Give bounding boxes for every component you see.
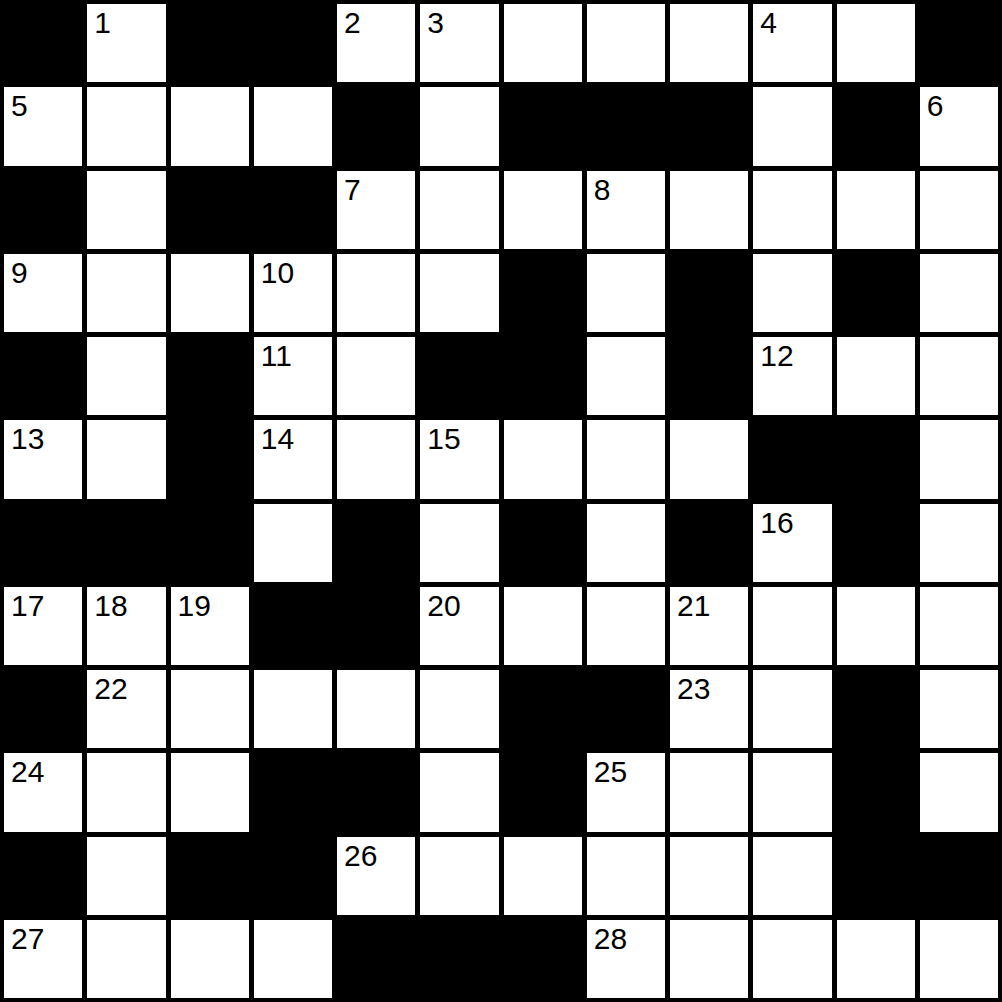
letter-cell-r10c9[interactable]	[753, 837, 831, 915]
letter-cell-r7c10[interactable]	[837, 587, 915, 665]
letter-cell-r8c2[interactable]	[171, 670, 249, 748]
letter-cell-r3c11[interactable]	[920, 254, 998, 332]
letter-cell-r1c9[interactable]	[753, 87, 831, 165]
block-cell-r2c2	[171, 171, 249, 249]
block-cell-r7c3	[254, 587, 332, 665]
letter-cell-r1c0[interactable]: 5	[4, 87, 82, 165]
letter-cell-r1c1[interactable]	[87, 87, 165, 165]
block-cell-r9c4	[337, 753, 415, 831]
block-cell-r1c8	[670, 87, 748, 165]
clue-number: 22	[94, 671, 127, 707]
clue-number: 8	[594, 172, 611, 208]
block-cell-r1c4	[337, 87, 415, 165]
block-cell-r0c3	[254, 4, 332, 82]
block-cell-r10c11	[920, 837, 998, 915]
letter-cell-r2c5[interactable]	[420, 171, 498, 249]
block-cell-r11c4	[337, 920, 415, 998]
block-cell-r1c6	[504, 87, 582, 165]
block-cell-r9c6	[504, 753, 582, 831]
letter-cell-r7c11[interactable]	[920, 587, 998, 665]
clue-number: 20	[427, 588, 460, 624]
letter-cell-r4c7[interactable]	[587, 337, 665, 415]
block-cell-r3c6	[504, 254, 582, 332]
letter-cell-r10c5[interactable]	[420, 837, 498, 915]
letter-cell-r0c10[interactable]	[837, 4, 915, 82]
block-cell-r8c7	[587, 670, 665, 748]
clue-number: 17	[11, 588, 44, 624]
block-cell-r9c10	[837, 753, 915, 831]
letter-cell-r8c1[interactable]: 22	[87, 670, 165, 748]
clue-number: 24	[11, 754, 44, 790]
letter-cell-r8c9[interactable]	[753, 670, 831, 748]
block-cell-r10c3	[254, 837, 332, 915]
letter-cell-r8c5[interactable]	[420, 670, 498, 748]
clue-number: 4	[760, 5, 777, 41]
crossword-grid: 1234567891011121314151617181920212223242…	[0, 0, 1002, 1002]
clue-number: 11	[261, 338, 292, 374]
letter-cell-r4c9[interactable]: 12	[753, 337, 831, 415]
block-cell-r6c2	[171, 504, 249, 582]
letter-cell-r4c11[interactable]	[920, 337, 998, 415]
letter-cell-r6c3[interactable]	[254, 504, 332, 582]
letter-cell-r6c11[interactable]	[920, 504, 998, 582]
letter-cell-r1c5[interactable]	[420, 87, 498, 165]
block-cell-r8c0	[4, 670, 82, 748]
clue-number: 9	[11, 255, 28, 291]
letter-cell-r9c1[interactable]	[87, 753, 165, 831]
letter-cell-r4c3[interactable]: 11	[254, 337, 332, 415]
letter-cell-r3c1[interactable]	[87, 254, 165, 332]
letter-cell-r10c4[interactable]: 26	[337, 837, 415, 915]
block-cell-r2c3	[254, 171, 332, 249]
block-cell-r11c5	[420, 920, 498, 998]
letter-cell-r10c8[interactable]	[670, 837, 748, 915]
clue-number: 27	[11, 921, 44, 957]
letter-cell-r4c1[interactable]	[87, 337, 165, 415]
letter-cell-r11c1[interactable]	[87, 920, 165, 998]
block-cell-r6c6	[504, 504, 582, 582]
letter-cell-r0c4[interactable]: 2	[337, 4, 415, 82]
block-cell-r10c0	[4, 837, 82, 915]
letter-cell-r3c5[interactable]	[420, 254, 498, 332]
letter-cell-r3c4[interactable]	[337, 254, 415, 332]
clue-number: 15	[427, 421, 460, 457]
clue-number: 10	[261, 255, 294, 291]
block-cell-r0c0	[4, 4, 82, 82]
letter-cell-r10c7[interactable]	[587, 837, 665, 915]
letter-cell-r7c8[interactable]: 21	[670, 587, 748, 665]
block-cell-r4c8	[670, 337, 748, 415]
letter-cell-r6c5[interactable]	[420, 504, 498, 582]
letter-cell-r4c10[interactable]	[837, 337, 915, 415]
letter-cell-r0c5[interactable]: 3	[420, 4, 498, 82]
block-cell-r8c10	[837, 670, 915, 748]
letter-cell-r6c9[interactable]: 16	[753, 504, 831, 582]
block-cell-r5c2	[171, 420, 249, 498]
letter-cell-r11c3[interactable]	[254, 920, 332, 998]
block-cell-r11c6	[504, 920, 582, 998]
letter-cell-r2c10[interactable]	[837, 171, 915, 249]
letter-cell-r3c2[interactable]	[171, 254, 249, 332]
letter-cell-r5c4[interactable]	[337, 420, 415, 498]
letter-cell-r0c1[interactable]: 1	[87, 4, 165, 82]
block-cell-r4c5	[420, 337, 498, 415]
block-cell-r5c9	[753, 420, 831, 498]
block-cell-r3c10	[837, 254, 915, 332]
block-cell-r5c10	[837, 420, 915, 498]
clue-number: 5	[11, 88, 28, 124]
clue-number: 13	[11, 421, 44, 457]
block-cell-r4c2	[171, 337, 249, 415]
letter-cell-r9c0[interactable]: 24	[4, 753, 82, 831]
letter-cell-r5c3[interactable]: 14	[254, 420, 332, 498]
clue-number: 19	[178, 588, 211, 624]
letter-cell-r11c11[interactable]	[920, 920, 998, 998]
letter-cell-r7c1[interactable]: 18	[87, 587, 165, 665]
letter-cell-r3c7[interactable]	[587, 254, 665, 332]
clue-number: 14	[261, 421, 294, 457]
letter-cell-r1c3[interactable]	[254, 87, 332, 165]
letter-cell-r5c8[interactable]	[670, 420, 748, 498]
clue-number: 12	[760, 338, 793, 374]
clue-number: 16	[760, 505, 793, 541]
letter-cell-r11c2[interactable]	[171, 920, 249, 998]
letter-cell-r10c6[interactable]	[504, 837, 582, 915]
letter-cell-r2c7[interactable]: 8	[587, 171, 665, 249]
letter-cell-r3c3[interactable]: 10	[254, 254, 332, 332]
letter-cell-r10c1[interactable]	[87, 837, 165, 915]
letter-cell-r7c2[interactable]: 19	[171, 587, 249, 665]
letter-cell-r8c3[interactable]	[254, 670, 332, 748]
letter-cell-r9c2[interactable]	[171, 753, 249, 831]
letter-cell-r5c1[interactable]	[87, 420, 165, 498]
block-cell-r0c2	[171, 4, 249, 82]
letter-cell-r0c6[interactable]	[504, 4, 582, 82]
block-cell-r2c0	[4, 171, 82, 249]
letter-cell-r3c0[interactable]: 9	[4, 254, 82, 332]
block-cell-r6c1	[87, 504, 165, 582]
letter-cell-r5c7[interactable]	[587, 420, 665, 498]
block-cell-r8c6	[504, 670, 582, 748]
letter-cell-r11c9[interactable]	[753, 920, 831, 998]
letter-cell-r2c9[interactable]	[753, 171, 831, 249]
clue-number: 23	[677, 671, 710, 707]
letter-cell-r7c5[interactable]: 20	[420, 587, 498, 665]
block-cell-r6c10	[837, 504, 915, 582]
letter-cell-r11c10[interactable]	[837, 920, 915, 998]
clue-number: 26	[344, 838, 377, 874]
letter-cell-r11c7[interactable]: 28	[587, 920, 665, 998]
letter-cell-r8c8[interactable]: 23	[670, 670, 748, 748]
block-cell-r3c8	[670, 254, 748, 332]
clue-number: 2	[344, 5, 361, 41]
letter-cell-r7c9[interactable]	[753, 587, 831, 665]
block-cell-r9c3	[254, 753, 332, 831]
letter-cell-r7c7[interactable]	[587, 587, 665, 665]
letter-cell-r9c8[interactable]	[670, 753, 748, 831]
letter-cell-r9c11[interactable]	[920, 753, 998, 831]
letter-cell-r11c0[interactable]: 27	[4, 920, 82, 998]
letter-cell-r7c0[interactable]: 17	[4, 587, 82, 665]
block-cell-r4c0	[4, 337, 82, 415]
block-cell-r10c2	[171, 837, 249, 915]
letter-cell-r9c5[interactable]	[420, 753, 498, 831]
letter-cell-r9c7[interactable]: 25	[587, 753, 665, 831]
block-cell-r6c4	[337, 504, 415, 582]
letter-cell-r0c8[interactable]	[670, 4, 748, 82]
letter-cell-r5c0[interactable]: 13	[4, 420, 82, 498]
block-cell-r7c4	[337, 587, 415, 665]
letter-cell-r4c4[interactable]	[337, 337, 415, 415]
letter-cell-r8c11[interactable]	[920, 670, 998, 748]
letter-cell-r2c4[interactable]: 7	[337, 171, 415, 249]
clue-number: 6	[927, 88, 944, 124]
block-cell-r10c10	[837, 837, 915, 915]
letter-cell-r0c7[interactable]	[587, 4, 665, 82]
letter-cell-r2c11[interactable]	[920, 171, 998, 249]
letter-cell-r11c8[interactable]	[670, 920, 748, 998]
block-cell-r6c0	[4, 504, 82, 582]
clue-number: 1	[94, 5, 111, 41]
clue-number: 18	[94, 588, 127, 624]
letter-cell-r9c9[interactable]	[753, 753, 831, 831]
letter-cell-r1c2[interactable]	[171, 87, 249, 165]
block-cell-r4c6	[504, 337, 582, 415]
letter-cell-r5c11[interactable]	[920, 420, 998, 498]
letter-cell-r2c1[interactable]	[87, 171, 165, 249]
letter-cell-r5c6[interactable]	[504, 420, 582, 498]
letter-cell-r0c9[interactable]: 4	[753, 4, 831, 82]
block-cell-r1c7	[587, 87, 665, 165]
clue-number: 28	[594, 921, 627, 957]
letter-cell-r2c6[interactable]	[504, 171, 582, 249]
block-cell-r0c11	[920, 4, 998, 82]
clue-number: 3	[427, 5, 444, 41]
letter-cell-r6c7[interactable]	[587, 504, 665, 582]
clue-number: 21	[677, 588, 710, 624]
block-cell-r6c8	[670, 504, 748, 582]
letter-cell-r8c4[interactable]	[337, 670, 415, 748]
block-cell-r1c10	[837, 87, 915, 165]
letter-cell-r5c5[interactable]: 15	[420, 420, 498, 498]
clue-number: 25	[594, 754, 627, 790]
letter-cell-r1c11[interactable]: 6	[920, 87, 998, 165]
letter-cell-r3c9[interactable]	[753, 254, 831, 332]
clue-number: 7	[344, 172, 361, 208]
letter-cell-r2c8[interactable]	[670, 171, 748, 249]
letter-cell-r7c6[interactable]	[504, 587, 582, 665]
